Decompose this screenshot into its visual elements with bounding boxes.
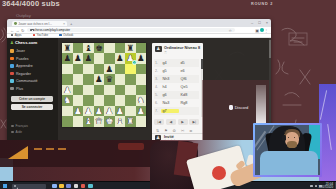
square-d6[interactable] [94,64,105,75]
subs-goal-counter: 3644/4000 subs [2,0,60,8]
extension-icon[interactable]: ▣ [255,28,259,33]
new-tab-button[interactable]: + [70,21,72,26]
black-pawn-a7[interactable]: ♟ [62,53,73,64]
white-knight-h3[interactable]: ♞ [136,95,147,106]
square-e3[interactable] [104,95,115,106]
square-f7[interactable]: ♟ [115,53,126,64]
light-pillar-art [256,85,266,124]
white-knight-a3[interactable]: ♞ [62,95,73,106]
white-bishop-f1[interactable]: ♝ [115,116,126,127]
back-move-button[interactable]: ◀ [166,119,176,126]
menu-icon [10,79,14,83]
square-b3[interactable] [73,95,84,106]
go-end-button[interactable]: ▶| [189,119,199,126]
start-button[interactable] [3,184,7,188]
help-icon [11,131,14,134]
square-c2[interactable]: ♟ [83,106,94,117]
streamer-shirt [260,151,318,175]
menu-icon[interactable]: ≡ [189,128,192,133]
white-queen-d1[interactable]: ♛ [94,116,105,127]
url-text: chess.com/play/computer [34,28,229,32]
move-cell[interactable]: Rg8 [179,101,197,105]
move-cell[interactable]: e6 [179,69,197,73]
go-start-button[interactable]: |◀ [154,119,164,126]
taskbar-search[interactable] [12,184,46,189]
square-f5[interactable] [115,74,126,85]
game-hud-footage [0,140,160,167]
maximize-icon[interactable]: □ [258,20,260,25]
white-pawn-d2[interactable]: ♟ [94,106,105,117]
square-h5[interactable] [136,74,147,85]
black-pawn-d5[interactable]: ♟ [94,74,105,85]
black-pawn-e6[interactable]: ♟ [104,64,115,75]
square-a5[interactable] [62,74,73,85]
lock-icon [30,29,32,31]
black-pawn-h7[interactable]: ♟ [136,53,147,64]
square-d2[interactable]: ♟ [94,106,105,117]
square-c4[interactable] [83,85,94,96]
square-h6[interactable] [136,64,147,75]
square-g8[interactable]: ♜ [125,43,136,54]
address-bar[interactable]: chess.com/play/computer ☆ [27,28,235,33]
square-a7[interactable]: ♟ [62,53,73,64]
square-f4[interactable] [115,85,126,96]
bookmark-apps[interactable]: Apps [11,33,22,37]
square-h1[interactable] [136,116,147,127]
black-king-d8[interactable]: ♚ [94,43,105,54]
settings-gear-icon[interactable]: ⚙ [173,128,176,133]
menu-icon [10,64,14,68]
square-c8[interactable]: ♝ [83,43,94,54]
move-navigation: |◀◀▶▶| [154,119,199,126]
black-pawn-f7[interactable]: ♟ [115,53,126,64]
windows-taskbar: 21:04 12/07/2020 [0,181,336,189]
square-e4[interactable] [104,85,115,96]
move-row: 6.Na3Rg8 [154,99,199,107]
square-d1[interactable]: ♛ [94,116,105,127]
bookmark-star-icon[interactable]: ☆ [229,28,232,33]
sidebar-item-apprendre[interactable]: Apprendre [10,64,56,68]
square-a3[interactable]: ♞ [62,95,73,106]
discord-icon [229,105,233,109]
browser-window: Jouer aux échecs en l... × + – □ × ← → ↻… [7,19,271,143]
bookmark-icon [11,34,13,36]
sidebar-item-plus[interactable]: Plus [10,87,56,91]
menu-icon [10,57,14,61]
taskbar-clock[interactable]: 21:04 12/07/2020 [319,183,333,189]
white-pawn-c2[interactable]: ♟ [83,106,94,117]
square-d5[interactable]: ♟ [94,74,105,85]
headphones-icon [284,127,301,134]
square-b5[interactable] [73,74,84,85]
square-b6[interactable] [73,64,84,75]
move-list-scrollbar[interactable] [201,59,203,117]
help-link[interactable]: Aide [11,130,22,134]
black-rook-a8[interactable]: ♜ [62,43,73,54]
opponent-captured-pieces: ♖ [164,51,167,55]
black-queen-e5[interactable]: ♛ [104,74,115,85]
white-rook-g1[interactable]: ♜ [125,116,136,127]
game-panel: ♟ Ordinateur Niveau 8 ♖ 1.g4d52.g5e63.Nh… [152,43,203,142]
menu-icon [10,72,14,76]
reload-icon[interactable]: ↻ [21,28,25,33]
move-cell[interactable]: h4 [161,85,179,89]
move-cell[interactable]: g4 [161,61,179,65]
bookmark-youtube[interactable]: YouTube [33,33,49,37]
browser-titlebar: Jouer aux échecs en l... × + – □ × [7,19,271,27]
move-row: 2.g5e6 [154,67,199,75]
flag-icon[interactable]: ⚑ [164,128,167,133]
square-h7[interactable]: ♟ [136,53,147,64]
black-pawn-b7[interactable]: ♟ [73,53,84,64]
square-c3[interactable] [83,95,94,106]
sidebar-item-puzzles[interactable]: Puzzles [10,57,56,61]
move-cell[interactable]: Na3 [161,101,179,105]
move-cell[interactable]: g7 [161,109,179,113]
move-cell[interactable]: Qe5 [179,85,197,89]
back-icon[interactable]: ← [10,28,14,33]
move-row: 5.g6Kd8 [154,91,199,99]
square-g5[interactable] [125,74,136,85]
square-d3[interactable] [94,95,105,106]
square-b7[interactable]: ♟ [73,53,84,64]
move-cell[interactable]: Qf6 [179,77,197,81]
square-e6[interactable]: ♟ [104,64,115,75]
signup-button[interactable]: Créer un compte [11,96,53,102]
logo-pawn-icon: ♟ [10,40,14,45]
square-a2[interactable] [62,106,73,117]
square-c1[interactable]: ♝ [83,116,94,127]
black-rook-g8[interactable]: ♜ [125,43,136,54]
chesscom-favicon [14,22,17,25]
bookmark-outlook[interactable]: Outlook [59,33,73,37]
move-cell[interactable]: g6 [161,93,179,97]
square-e8[interactable] [104,43,115,54]
menu-icon [10,49,14,53]
square-b8[interactable] [73,43,84,54]
square-f3[interactable] [115,95,126,106]
move-row: 3.Nh3Qf6 [154,75,199,83]
square-a4[interactable]: ♟ [62,85,73,96]
square-g6[interactable] [125,64,136,75]
taskbar-app-icon-5[interactable] [81,184,86,189]
tab-close-icon[interactable]: × [63,22,65,26]
chesscom-logo[interactable]: ♟ Chess.com [10,40,37,45]
black-pawn-c7[interactable]: ♟ [83,53,94,64]
tab-title: Jouer aux échecs en l... [18,22,62,26]
opponent-avatar: ♟ [155,46,162,53]
chesscom-page: ♟ Chess.com JouerPuzzlesApprendreRegarde… [7,38,271,143]
taskbar-app-icon-4[interactable] [74,184,79,189]
move-cell[interactable]: Nh3 [161,77,179,81]
move-row: 4.h4Qe5 [154,83,199,91]
square-h2[interactable]: ♟ [136,106,147,117]
square-f2[interactable]: ♟ [115,106,126,117]
square-c6[interactable] [83,64,94,75]
black-bishop-c8[interactable]: ♝ [83,43,94,54]
white-king-e1[interactable]: ♚ [104,116,115,127]
move-cell[interactable]: Kd8 [179,93,197,97]
square-f6[interactable] [115,64,126,75]
forward-move-button[interactable]: ▶ [178,119,188,126]
sidebar-item-jouer[interactable]: Jouer [10,49,56,53]
discord-badge: Discord [229,105,248,110]
sidebar-item-communaut[interactable]: Communauté [10,79,56,83]
flip-board-icon[interactable]: ⇅ [156,128,159,133]
square-f8[interactable] [115,43,126,54]
stream-screen: 3644/4000 subs ROUND 2 Outplay Jouer aux… [0,0,336,189]
white-pawn-h2[interactable]: ♟ [136,106,147,117]
hud-banner-icon [8,146,28,159]
globe-icon [11,125,14,128]
forward-icon[interactable]: → [16,28,20,33]
wifi-icon [315,185,318,188]
square-d4[interactable] [94,85,105,96]
square-a8[interactable]: ♜ [62,43,73,54]
square-e2[interactable]: ♟ [104,106,115,117]
square-c5[interactable] [83,74,94,85]
minimize-icon[interactable]: – [251,20,253,25]
move-cell[interactable]: g5 [161,69,179,73]
square-h3[interactable]: ♞ [136,95,147,106]
move-row: 7.g7 [154,107,199,115]
chat-icon[interactable]: ✉ [181,128,184,133]
language-selector[interactable]: Français [11,124,28,128]
square-g4[interactable] [125,85,136,96]
round-label: ROUND 2 [251,2,273,6]
move-list: 1.g4d52.g5e63.Nh3Qf64.h4Qe55.g6Kd86.Na3R… [154,59,199,115]
taskbar-app-icon-1[interactable] [52,184,57,189]
white-pawn-f2[interactable]: ♟ [115,106,126,117]
sidebar-item-regarder[interactable]: Regarder [10,72,56,76]
square-g3[interactable] [125,95,136,106]
tray-up-icon [310,185,313,188]
move-row: 1.g4d5 [154,59,199,67]
login-button[interactable]: Se connecter [11,104,53,110]
square-f1[interactable]: ♝ [115,116,126,127]
bookmark-icon [33,34,35,36]
bookmark-icon [59,34,61,36]
move-cell[interactable]: d5 [179,61,197,65]
square-b4[interactable] [73,85,84,96]
chesscom-sidebar: ♟ Chess.com JouerPuzzlesApprendreRegarde… [7,38,58,143]
move-quality-badge: ✓ [132,60,137,65]
white-bishop-c1[interactable]: ♝ [83,116,94,127]
square-e5[interactable]: ♛ [104,74,115,85]
square-h8[interactable] [136,43,147,54]
square-a6[interactable] [62,64,73,75]
white-pawn-e2[interactable]: ♟ [104,106,115,117]
close-icon[interactable]: × [266,20,268,25]
search-icon [14,185,16,187]
menu-icon [10,87,14,91]
square-b1[interactable] [73,116,84,127]
taskbar-app-icon-2[interactable] [59,184,64,189]
webcam-overlay [253,123,322,177]
square-g1[interactable]: ♜ [125,116,136,127]
taskbar-app-icon-3[interactable] [66,184,71,189]
white-pawn-a4[interactable]: ♟ [62,85,73,96]
square-e7[interactable] [104,53,115,64]
clock-date: 12/07/2020 [319,186,333,189]
white-pawn-b2[interactable]: ♟ [73,106,84,117]
background-window-text: Outplay [16,13,31,18]
square-h4[interactable] [136,85,147,96]
square-e1[interactable]: ♚ [104,116,115,127]
square-d7[interactable] [94,53,105,64]
browser-menu-icon[interactable]: ⋮ [264,28,268,33]
square-c7[interactable]: ♟ [83,53,94,64]
chess-board[interactable]: ♜♝♚♜♟♟♟♟♟♟♟♟♛♟♞♞♟♟♟♟♟♟♝♛♚♝♜ [62,43,146,127]
square-b2[interactable]: ♟ [73,106,84,117]
opponent-name: Ordinateur Niveau 8 [164,46,200,50]
taskbar-app-icon-6[interactable] [88,184,93,189]
square-a1[interactable] [62,116,73,127]
square-g2[interactable] [125,106,136,117]
square-d8[interactable]: ♚ [94,43,105,54]
panel-tools: ⇅⚑⚙✉≡ [156,128,192,133]
